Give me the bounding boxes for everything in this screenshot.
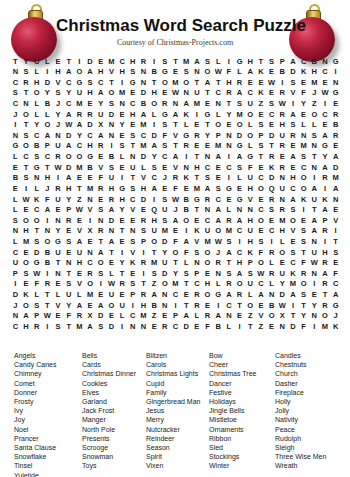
grid-cell-r6c1[interactable]: J [10,109,21,120]
grid-cell-r22c25[interactable]: L [266,279,277,290]
grid-cell-r3c9[interactable]: C [95,77,106,88]
grid-cell-r1c8[interactable]: D [85,56,96,67]
grid-cell-r4c20[interactable]: C [213,88,224,99]
grid-cell-r1c18[interactable]: A [192,56,203,67]
grid-cell-r24c14[interactable]: B [149,300,160,311]
grid-cell-r22c6[interactable]: S [63,279,74,290]
grid-cell-r22c17[interactable]: T [181,279,192,290]
grid-cell-r9c25[interactable]: T [266,141,277,152]
grid-cell-r13c5[interactable]: R [53,183,64,194]
grid-cell-r7c27[interactable]: S [288,120,299,131]
grid-cell-r14c18[interactable]: G [192,194,203,205]
grid-cell-r24c2[interactable]: O [21,300,32,311]
grid-cell-r1c26[interactable]: P [277,56,288,67]
grid-cell-r4c1[interactable]: S [10,88,21,99]
grid-cell-r5c1[interactable]: C [10,98,21,109]
grid-cell-r16c13[interactable]: R [138,215,149,226]
grid-cell-r4c3[interactable]: O [31,88,42,99]
grid-cell-r26c29[interactable]: I [309,321,320,332]
grid-cell-r6c15[interactable]: G [159,109,170,120]
grid-cell-r4c14[interactable]: H [149,88,160,99]
grid-cell-r12c17[interactable]: K [181,173,192,184]
grid-cell-r24c1[interactable]: J [10,300,21,311]
grid-cell-r21c2[interactable]: S [21,268,32,279]
grid-cell-r22c4[interactable]: R [42,279,53,290]
grid-cell-r21c15[interactable]: D [159,268,170,279]
grid-cell-r13c10[interactable]: H [106,183,117,194]
grid-cell-r21c25[interactable]: R [266,268,277,279]
grid-cell-r12c5[interactable]: I [53,173,64,184]
grid-cell-r24c10[interactable]: O [106,300,117,311]
grid-cell-r7c1[interactable]: I [10,120,21,131]
grid-cell-r10c10[interactable]: B [106,152,117,163]
grid-cell-r4c16[interactable]: W [170,88,181,99]
grid-cell-r3c2[interactable]: R [21,77,32,88]
grid-cell-r23c30[interactable]: T [320,290,331,301]
grid-cell-r22c21[interactable]: R [224,279,235,290]
grid-cell-r8c29[interactable]: S [309,130,320,141]
grid-cell-r12c30[interactable]: R [320,173,331,184]
grid-cell-r9c29[interactable]: N [309,141,320,152]
grid-cell-r10c23[interactable]: G [245,152,256,163]
grid-cell-r11c11[interactable]: E [117,162,128,173]
grid-cell-r8c15[interactable]: F [159,130,170,141]
grid-cell-r11c30[interactable]: A [320,162,331,173]
grid-cell-r12c6[interactable]: A [63,173,74,184]
grid-cell-r1c15[interactable]: S [159,56,170,67]
grid-cell-r7c19[interactable]: T [202,120,213,131]
grid-cell-r20c23[interactable]: P [245,258,256,269]
grid-cell-r22c2[interactable]: E [21,279,32,290]
grid-cell-r17c2[interactable]: H [21,226,32,237]
grid-cell-r13c23[interactable]: H [245,183,256,194]
grid-cell-r23c11[interactable]: E [117,290,128,301]
grid-cell-r9c18[interactable]: E [192,141,203,152]
grid-cell-r25c24[interactable]: V [256,311,267,322]
grid-cell-r26c17[interactable]: D [181,321,192,332]
grid-cell-r12c2[interactable]: S [21,173,32,184]
grid-cell-r1c28[interactable]: C [298,56,309,67]
grid-cell-r20c27[interactable]: C [288,258,299,269]
grid-cell-r5c3[interactable]: L [31,98,42,109]
grid-cell-r17c20[interactable]: O [213,226,224,237]
grid-cell-r6c12[interactable]: H [127,109,138,120]
grid-cell-r26c11[interactable]: I [117,321,128,332]
grid-cell-r25c19[interactable]: R [202,311,213,322]
grid-cell-r2c30[interactable]: C [320,67,331,78]
grid-cell-r15c24[interactable]: C [256,205,267,216]
grid-cell-r3c24[interactable]: E [256,77,267,88]
grid-cell-r6c23[interactable]: O [245,109,256,120]
grid-cell-r20c20[interactable]: R [213,258,224,269]
grid-cell-r3c29[interactable]: M [309,77,320,88]
grid-cell-r19c8[interactable]: N [85,247,96,258]
grid-cell-r17c14[interactable]: U [149,226,160,237]
grid-cell-r9c23[interactable]: L [245,141,256,152]
grid-cell-r3c18[interactable]: T [192,77,203,88]
grid-cell-r21c10[interactable]: L [106,268,117,279]
grid-cell-r18c6[interactable]: S [63,236,74,247]
grid-cell-r23c15[interactable]: N [159,290,170,301]
grid-cell-r7c4[interactable]: O [42,120,53,131]
grid-cell-r20c26[interactable]: E [277,258,288,269]
grid-cell-r2c1[interactable]: N [10,67,21,78]
grid-cell-r21c31[interactable]: F [330,268,341,279]
grid-cell-r15c17[interactable]: B [181,205,192,216]
grid-cell-r4c17[interactable]: N [181,88,192,99]
grid-cell-r1c19[interactable]: S [202,56,213,67]
grid-cell-r20c12[interactable]: K [127,258,138,269]
grid-cell-r12c7[interactable]: E [74,173,85,184]
grid-cell-r11c14[interactable]: S [149,162,160,173]
grid-cell-r19c23[interactable]: K [245,247,256,258]
grid-cell-r22c30[interactable]: R [320,279,331,290]
grid-cell-r18c1[interactable]: L [10,236,21,247]
grid-cell-r3c22[interactable]: R [234,77,245,88]
grid-cell-r14c8[interactable]: N [85,194,96,205]
grid-cell-r21c23[interactable]: S [245,268,256,279]
grid-cell-r4c10[interactable]: O [106,88,117,99]
grid-cell-r5c26[interactable]: W [277,98,288,109]
grid-cell-r10c16[interactable]: A [170,152,181,163]
grid-cell-r7c21[interactable]: E [224,120,235,131]
grid-cell-r26c23[interactable]: T [245,321,256,332]
grid-cell-r2c21[interactable]: F [224,67,235,78]
grid-cell-r1c6[interactable]: T [63,56,74,67]
grid-cell-r14c15[interactable]: S [159,194,170,205]
grid-cell-r10c12[interactable]: N [127,152,138,163]
grid-cell-r15c28[interactable]: I [298,205,309,216]
grid-cell-r18c23[interactable]: H [245,236,256,247]
grid-cell-r17c12[interactable]: N [127,226,138,237]
grid-cell-r25c17[interactable]: A [181,311,192,322]
grid-cell-r15c12[interactable]: V [127,205,138,216]
grid-cell-r12c18[interactable]: T [192,173,203,184]
grid-cell-r7c20[interactable]: O [213,120,224,131]
grid-cell-r7c16[interactable]: T [170,120,181,131]
grid-cell-r16c23[interactable]: H [245,215,256,226]
grid-cell-r20c14[interactable]: M [149,258,160,269]
grid-cell-r18c20[interactable]: W [213,236,224,247]
grid-cell-r24c4[interactable]: T [42,300,53,311]
grid-cell-r6c5[interactable]: Y [53,109,64,120]
grid-cell-r12c24[interactable]: C [256,173,267,184]
grid-cell-r2c12[interactable]: S [127,67,138,78]
grid-cell-r26c24[interactable]: Z [256,321,267,332]
grid-cell-r25c6[interactable]: F [63,311,74,322]
grid-cell-r13c20[interactable]: S [213,183,224,194]
grid-cell-r17c6[interactable]: E [63,226,74,237]
grid-cell-r15c21[interactable]: L [224,205,235,216]
grid-cell-r25c4[interactable]: W [42,311,53,322]
grid-cell-r20c6[interactable]: N [63,258,74,269]
grid-cell-r21c3[interactable]: W [31,268,42,279]
grid-cell-r12c15[interactable]: J [159,173,170,184]
grid-cell-r22c3[interactable]: F [31,279,42,290]
grid-cell-r7c15[interactable]: S [159,120,170,131]
grid-cell-r7c22[interactable]: O [234,120,245,131]
grid-cell-r16c30[interactable]: P [320,215,331,226]
grid-cell-r8c22[interactable]: D [234,130,245,141]
grid-cell-r14c28[interactable]: K [298,194,309,205]
grid-cell-r6c16[interactable]: A [170,109,181,120]
grid-cell-r20c29[interactable]: W [309,258,320,269]
grid-cell-r19c19[interactable]: O [202,247,213,258]
grid-cell-r6c14[interactable]: L [149,109,160,120]
grid-cell-r16c21[interactable]: R [224,215,235,226]
grid-cell-r5c16[interactable]: N [170,98,181,109]
grid-cell-r26c5[interactable]: S [53,321,64,332]
grid-cell-r16c24[interactable]: O [256,215,267,226]
grid-cell-r7c18[interactable]: E [192,120,203,131]
grid-cell-r10c29[interactable]: T [309,152,320,163]
grid-cell-r18c30[interactable]: I [320,236,331,247]
grid-cell-r3c14[interactable]: T [149,77,160,88]
grid-cell-r2c14[interactable]: B [149,67,160,78]
grid-cell-r13c9[interactable]: R [95,183,106,194]
grid-cell-r5c28[interactable]: Y [298,98,309,109]
grid-cell-r14c26[interactable]: N [277,194,288,205]
grid-cell-r24c15[interactable]: N [159,300,170,311]
grid-cell-r23c14[interactable]: A [149,290,160,301]
grid-cell-r11c8[interactable]: B [85,162,96,173]
grid-cell-r11c29[interactable]: N [309,162,320,173]
grid-cell-r1c14[interactable]: I [149,56,160,67]
grid-cell-r6c22[interactable]: M [234,109,245,120]
grid-cell-r13c26[interactable]: U [277,183,288,194]
grid-cell-r10c5[interactable]: R [53,152,64,163]
grid-cell-r5c29[interactable]: Z [309,98,320,109]
grid-cell-r14c16[interactable]: W [170,194,181,205]
grid-cell-r25c22[interactable]: E [234,311,245,322]
grid-cell-r22c14[interactable]: Z [149,279,160,290]
grid-cell-r4c31[interactable]: G [330,88,341,99]
grid-cell-r1c27[interactable]: A [288,56,299,67]
grid-cell-r4c12[interactable]: E [127,88,138,99]
grid-cell-r23c21[interactable]: A [224,290,235,301]
grid-cell-r14c13[interactable]: D [138,194,149,205]
grid-cell-r7c10[interactable]: N [106,120,117,131]
grid-cell-r6c11[interactable]: E [117,109,128,120]
grid-cell-r26c26[interactable]: N [277,321,288,332]
grid-cell-r1c24[interactable]: T [256,56,267,67]
grid-cell-r1c10[interactable]: M [106,56,117,67]
grid-cell-r18c4[interactable]: O [42,236,53,247]
grid-cell-r3c27[interactable]: S [288,77,299,88]
grid-cell-r14c22[interactable]: G [234,194,245,205]
grid-cell-r21c1[interactable]: P [10,268,21,279]
grid-cell-r22c11[interactable]: R [117,279,128,290]
grid-cell-r26c3[interactable]: R [31,321,42,332]
grid-cell-r3c5[interactable]: V [53,77,64,88]
grid-cell-r25c16[interactable]: P [170,311,181,322]
grid-cell-r12c20[interactable]: E [213,173,224,184]
grid-cell-r5c18[interactable]: M [192,98,203,109]
grid-cell-r11c18[interactable]: H [192,162,203,173]
grid-cell-r12c29[interactable]: I [309,173,320,184]
grid-cell-r13c19[interactable]: A [202,183,213,194]
grid-cell-r16c19[interactable]: C [202,215,213,226]
grid-cell-r11c2[interactable]: T [21,162,32,173]
grid-cell-r6c25[interactable]: C [266,109,277,120]
grid-cell-r5c8[interactable]: E [85,98,96,109]
grid-cell-r20c5[interactable]: T [53,258,64,269]
grid-cell-r18c24[interactable]: S [256,236,267,247]
grid-cell-r1c31[interactable]: G [330,56,341,67]
grid-cell-r8c6[interactable]: D [63,130,74,141]
grid-cell-r14c3[interactable]: K [31,194,42,205]
grid-cell-r21c11[interactable]: T [117,268,128,279]
grid-cell-r1c22[interactable]: G [234,56,245,67]
grid-cell-r19c11[interactable]: I [117,247,128,258]
grid-cell-r26c31[interactable]: K [330,321,341,332]
grid-cell-r4c13[interactable]: D [138,88,149,99]
grid-cell-r4c27[interactable]: V [288,88,299,99]
grid-cell-r3c6[interactable]: C [63,77,74,88]
grid-cell-r2c23[interactable]: A [245,67,256,78]
grid-cell-r16c9[interactable]: N [95,215,106,226]
grid-cell-r22c20[interactable]: L [213,279,224,290]
grid-cell-r9c4[interactable]: P [42,141,53,152]
grid-cell-r17c23[interactable]: U [245,226,256,237]
grid-cell-r6c21[interactable]: Y [224,109,235,120]
grid-cell-r18c11[interactable]: E [117,236,128,247]
grid-cell-r7c2[interactable]: T [21,120,32,131]
grid-cell-r26c14[interactable]: E [149,321,160,332]
grid-cell-r21c26[interactable]: U [277,268,288,279]
grid-cell-r12c27[interactable]: H [288,173,299,184]
grid-cell-r14c17[interactable]: B [181,194,192,205]
grid-cell-r3c17[interactable]: O [181,77,192,88]
grid-cell-r24c25[interactable]: B [266,300,277,311]
grid-cell-r17c22[interactable]: C [234,226,245,237]
grid-cell-r26c18[interactable]: E [192,321,203,332]
grid-cell-r3c16[interactable]: M [170,77,181,88]
grid-cell-r6c4[interactable]: L [42,109,53,120]
grid-cell-r1c23[interactable]: H [245,56,256,67]
grid-cell-r5c17[interactable]: A [181,98,192,109]
grid-cell-r22c13[interactable]: T [138,279,149,290]
grid-cell-r17c29[interactable]: A [309,226,320,237]
grid-cell-r24c16[interactable]: I [170,300,181,311]
grid-cell-r23c4[interactable]: T [42,290,53,301]
grid-cell-r18c28[interactable]: S [298,236,309,247]
grid-cell-r16c6[interactable]: R [63,215,74,226]
grid-cell-r13c15[interactable]: E [159,183,170,194]
grid-cell-r2c26[interactable]: B [277,67,288,78]
grid-cell-r8c19[interactable]: Y [202,130,213,141]
grid-cell-r4c5[interactable]: S [53,88,64,99]
grid-cell-r17c16[interactable]: E [170,226,181,237]
grid-cell-r20c3[interactable]: G [31,258,42,269]
grid-cell-r17c21[interactable]: M [224,226,235,237]
grid-cell-r3c23[interactable]: E [245,77,256,88]
grid-cell-r2c5[interactable]: H [53,67,64,78]
grid-cell-r10c17[interactable]: I [181,152,192,163]
grid-cell-r15c7[interactable]: W [74,205,85,216]
grid-cell-r8c14[interactable]: D [149,130,160,141]
grid-cell-r11c6[interactable]: D [63,162,74,173]
grid-cell-r23c2[interactable]: K [21,290,32,301]
grid-cell-r2c18[interactable]: N [192,67,203,78]
grid-cell-r19c3[interactable]: D [31,247,42,258]
grid-cell-r19c14[interactable]: T [149,247,160,258]
grid-cell-r1c3[interactable]: U [31,56,42,67]
grid-cell-r19c18[interactable]: S [192,247,203,258]
grid-cell-r7c12[interactable]: E [127,120,138,131]
grid-cell-r22c18[interactable]: C [192,279,203,290]
grid-cell-r25c8[interactable]: X [85,311,96,322]
grid-cell-r9c1[interactable]: G [10,141,21,152]
grid-cell-r3c1[interactable]: C [10,77,21,88]
grid-cell-r13c30[interactable]: I [320,183,331,194]
grid-cell-r12c10[interactable]: U [106,173,117,184]
grid-cell-r18c19[interactable]: M [202,236,213,247]
grid-cell-r8c12[interactable]: S [127,130,138,141]
grid-cell-r23c31[interactable]: A [330,290,341,301]
grid-cell-r26c10[interactable]: D [106,321,117,332]
grid-cell-r2c3[interactable]: L [31,67,42,78]
grid-cell-r3c21[interactable]: H [224,77,235,88]
grid-cell-r23c1[interactable]: D [10,290,21,301]
grid-cell-r21c18[interactable]: P [192,268,203,279]
grid-cell-r1c12[interactable]: H [127,56,138,67]
grid-cell-r7c7[interactable]: A [74,120,85,131]
grid-cell-r18c13[interactable]: P [138,236,149,247]
grid-cell-r5c6[interactable]: C [63,98,74,109]
grid-cell-r20c22[interactable]: H [234,258,245,269]
grid-cell-r8c4[interactable]: A [42,130,53,141]
grid-cell-r14c1[interactable]: L [10,194,21,205]
grid-cell-r8c30[interactable]: A [320,130,331,141]
grid-cell-r9c2[interactable]: O [21,141,32,152]
grid-cell-r21c5[interactable]: N [53,268,64,279]
grid-cell-r22c7[interactable]: V [74,279,85,290]
grid-cell-r7c6[interactable]: W [63,120,74,131]
grid-cell-r16c5[interactable]: N [53,215,64,226]
grid-cell-r2c24[interactable]: K [256,67,267,78]
grid-cell-r8c18[interactable]: R [192,130,203,141]
grid-cell-r10c31[interactable]: A [330,152,341,163]
grid-cell-r11c22[interactable]: S [234,162,245,173]
grid-cell-r1c5[interactable]: E [53,56,64,67]
grid-cell-r6c13[interactable]: A [138,109,149,120]
grid-cell-r22c28[interactable]: O [298,279,309,290]
grid-cell-r12c12[interactable]: T [127,173,138,184]
grid-cell-r12c31[interactable]: M [330,173,341,184]
grid-cell-r21c22[interactable]: A [234,268,245,279]
grid-cell-r6c27[interactable]: A [288,109,299,120]
grid-cell-r19c30[interactable]: H [320,247,331,258]
grid-cell-r4c26[interactable]: R [277,88,288,99]
grid-cell-r8c25[interactable]: D [266,130,277,141]
grid-cell-r11c28[interactable]: C [298,162,309,173]
grid-cell-r19c12[interactable]: V [127,247,138,258]
grid-cell-r23c20[interactable]: G [213,290,224,301]
grid-cell-r12c8[interactable]: E [85,173,96,184]
grid-cell-r15c20[interactable]: A [213,205,224,216]
grid-cell-r5c25[interactable]: S [266,98,277,109]
grid-cell-r11c19[interactable]: C [202,162,213,173]
grid-cell-r16c3[interactable]: O [31,215,42,226]
grid-cell-r18c26[interactable]: L [277,236,288,247]
grid-cell-r23c5[interactable]: L [53,290,64,301]
grid-cell-r25c28[interactable]: Y [298,311,309,322]
grid-cell-r26c12[interactable]: N [127,321,138,332]
grid-cell-r10c13[interactable]: D [138,152,149,163]
grid-cell-r7c28[interactable]: L [298,120,309,131]
grid-cell-r17c8[interactable]: X [85,226,96,237]
